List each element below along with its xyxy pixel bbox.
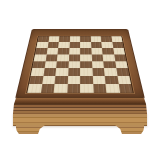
box-base-band: [13, 113, 147, 126]
square-b4: [44, 61, 57, 68]
chess-board-top: [15, 29, 145, 99]
chess-board-grid: [26, 36, 134, 93]
box-molding-band: [13, 104, 147, 113]
square-c3: [55, 68, 68, 76]
square-d5: [68, 54, 80, 61]
square-e4: [80, 61, 92, 68]
square-h1: [118, 84, 132, 93]
square-h3: [116, 68, 129, 76]
square-g1: [105, 84, 119, 93]
square-e5: [80, 54, 92, 61]
square-f4: [92, 61, 104, 68]
board-frame-front-edge: [14, 98, 146, 104]
right-bracket-foot: [115, 125, 144, 134]
square-c1: [54, 84, 68, 93]
square-d1: [67, 84, 80, 93]
square-e1: [80, 84, 93, 93]
square-c4: [56, 61, 68, 68]
square-f5: [91, 54, 103, 61]
square-h5: [114, 54, 127, 61]
square-h4: [115, 61, 128, 68]
square-e2: [80, 76, 93, 84]
square-d4: [68, 61, 80, 68]
left-bracket-foot: [16, 125, 45, 134]
square-f3: [92, 68, 105, 76]
square-b1: [40, 84, 54, 93]
square-b5: [45, 54, 57, 61]
square-h2: [117, 76, 131, 84]
square-f1: [93, 84, 107, 93]
chess-board-product-photo: [0, 0, 160, 160]
square-d2: [67, 76, 80, 84]
square-c2: [55, 76, 68, 84]
square-b3: [43, 68, 56, 76]
square-e3: [80, 68, 92, 76]
square-d3: [68, 68, 80, 76]
square-c5: [57, 54, 69, 61]
square-f2: [92, 76, 105, 84]
square-b2: [42, 76, 56, 84]
